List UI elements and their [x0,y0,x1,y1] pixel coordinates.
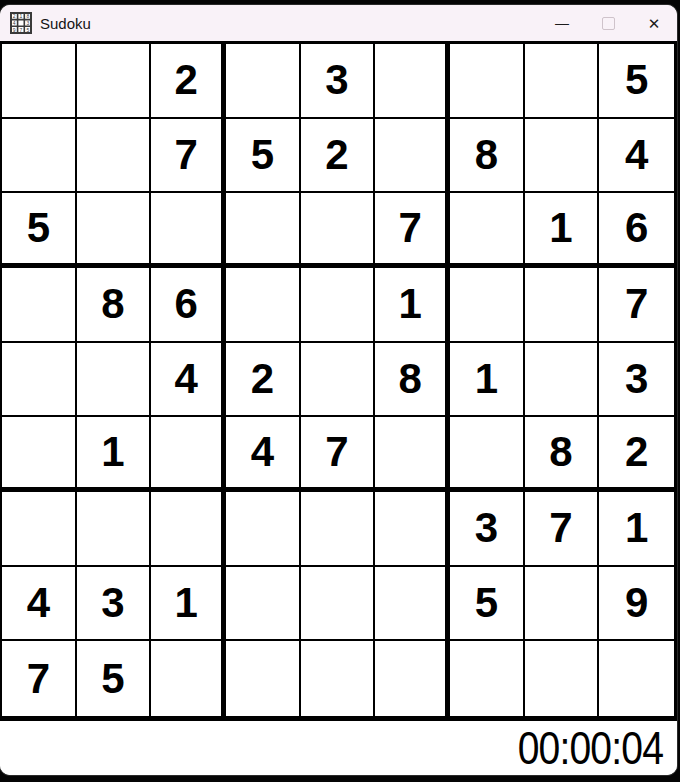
cell-r1c6[interactable] [375,44,450,119]
cell-r2c2[interactable] [77,119,152,194]
cell-r3c6[interactable]: 7 [375,193,450,268]
minimize-icon: — [555,16,569,30]
cell-r1c1[interactable] [2,44,77,119]
cell-r1c9[interactable]: 5 [599,44,674,119]
status-bar: 00:00:04 [0,721,677,775]
cell-r5c4[interactable]: 2 [226,343,301,418]
cell-r2c4[interactable]: 5 [226,119,301,194]
cell-r8c2[interactable]: 3 [77,567,152,642]
cell-r7c7[interactable]: 3 [450,492,525,567]
sudoku-window: 2 1 8 4 3 9 7 5 Sudoku — [0,5,677,775]
cell-r8c6[interactable] [375,567,450,642]
cell-r3c3[interactable] [151,193,226,268]
minimize-button[interactable]: — [539,5,585,41]
cell-r7c5[interactable] [301,492,376,567]
cell-r2c3[interactable]: 7 [151,119,226,194]
cell-r3c4[interactable] [226,193,301,268]
svg-text:9: 9 [13,27,16,33]
cell-r4c5[interactable] [301,268,376,343]
cell-r7c1[interactable] [2,492,77,567]
cell-r4c1[interactable] [2,268,77,343]
cell-r4c8[interactable] [525,268,600,343]
cell-r7c4[interactable] [226,492,301,567]
svg-text:8: 8 [26,13,29,19]
cell-r6c4[interactable]: 4 [226,417,301,492]
cell-r9c8[interactable] [525,641,600,716]
cell-r2c7[interactable]: 8 [450,119,525,194]
svg-text:2: 2 [13,13,16,19]
cell-r9c5[interactable] [301,641,376,716]
cell-r4c4[interactable] [226,268,301,343]
cell-r4c7[interactable] [450,268,525,343]
maximize-icon [602,17,615,30]
cell-r2c8[interactable] [525,119,600,194]
cell-r9c1[interactable]: 7 [2,641,77,716]
cell-r5c1[interactable] [2,343,77,418]
cell-r7c9[interactable]: 1 [599,492,674,567]
cell-r3c2[interactable] [77,193,152,268]
cell-r3c8[interactable]: 1 [525,193,600,268]
cell-r3c5[interactable] [301,193,376,268]
cell-r2c5[interactable]: 2 [301,119,376,194]
timer: 00:00:04 [518,725,663,771]
svg-text:4: 4 [13,20,16,26]
desktop-background: 2 1 8 4 3 9 7 5 Sudoku — [0,0,680,782]
cell-r9c2[interactable]: 5 [77,641,152,716]
cell-r9c7[interactable] [450,641,525,716]
cell-r8c1[interactable]: 4 [2,567,77,642]
cell-r6c6[interactable] [375,417,450,492]
cell-r4c6[interactable]: 1 [375,268,450,343]
cell-r2c9[interactable]: 4 [599,119,674,194]
sudoku-board: 235752845716861742813147823714315975 [0,41,677,721]
cell-r5c6[interactable]: 8 [375,343,450,418]
cell-r8c9[interactable]: 9 [599,567,674,642]
cell-r1c8[interactable] [525,44,600,119]
svg-text:3: 3 [26,20,29,26]
cell-r1c2[interactable] [77,44,152,119]
cell-r5c9[interactable]: 3 [599,343,674,418]
cell-r4c2[interactable]: 8 [77,268,152,343]
svg-text:7: 7 [20,27,23,33]
cell-r2c1[interactable] [2,119,77,194]
cell-r8c5[interactable] [301,567,376,642]
cell-r6c9[interactable]: 2 [599,417,674,492]
cell-r9c6[interactable] [375,641,450,716]
cell-r8c8[interactable] [525,567,600,642]
cell-r5c2[interactable] [77,343,152,418]
window-title: Sudoku [40,15,91,32]
cell-r6c3[interactable] [151,417,226,492]
svg-text:5: 5 [26,27,29,33]
cell-r6c8[interactable]: 8 [525,417,600,492]
cell-r6c2[interactable]: 1 [77,417,152,492]
cell-r1c7[interactable] [450,44,525,119]
titlebar[interactable]: 2 1 8 4 3 9 7 5 Sudoku — [0,5,677,41]
cell-r8c3[interactable]: 1 [151,567,226,642]
cell-r6c5[interactable]: 7 [301,417,376,492]
cell-r3c7[interactable] [450,193,525,268]
cell-r5c8[interactable] [525,343,600,418]
window-controls: — ✕ [539,5,677,41]
cell-r4c3[interactable]: 6 [151,268,226,343]
svg-text:1: 1 [20,13,23,19]
cell-r4c9[interactable]: 7 [599,268,674,343]
close-button[interactable]: ✕ [631,5,677,41]
cell-r6c7[interactable] [450,417,525,492]
sudoku-grid-icon: 2 1 8 4 3 9 7 5 [10,12,32,34]
cell-r5c5[interactable] [301,343,376,418]
cell-r1c3[interactable]: 2 [151,44,226,119]
cell-r1c5[interactable]: 3 [301,44,376,119]
cell-r8c7[interactable]: 5 [450,567,525,642]
cell-r7c8[interactable]: 7 [525,492,600,567]
cell-r9c9[interactable] [599,641,674,716]
cell-r3c9[interactable]: 6 [599,193,674,268]
cell-r8c4[interactable] [226,567,301,642]
cell-r5c7[interactable]: 1 [450,343,525,418]
cell-r6c1[interactable] [2,417,77,492]
cell-r1c4[interactable] [226,44,301,119]
cell-r5c3[interactable]: 4 [151,343,226,418]
maximize-button[interactable] [585,5,631,41]
cell-r2c6[interactable] [375,119,450,194]
cell-r7c2[interactable] [77,492,152,567]
cell-r7c3[interactable] [151,492,226,567]
cell-r9c3[interactable] [151,641,226,716]
cell-r9c4[interactable] [226,641,301,716]
close-icon: ✕ [648,16,661,31]
cell-r7c6[interactable] [375,492,450,567]
cell-r3c1[interactable]: 5 [2,193,77,268]
